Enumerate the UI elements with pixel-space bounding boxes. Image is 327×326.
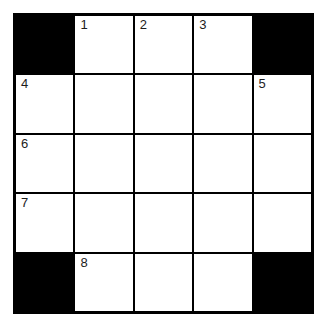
clue-number: 2 <box>140 18 147 32</box>
cell-r1c0[interactable]: 4 <box>16 75 73 132</box>
cell-r4c1[interactable]: 8 <box>75 254 132 311</box>
cell-r3c2[interactable] <box>135 194 192 251</box>
clue-number: 3 <box>199 18 206 32</box>
block-cell-r4c4 <box>254 254 311 311</box>
crossword-board: 12345678 <box>13 13 314 314</box>
clue-number: 5 <box>259 77 266 91</box>
clue-number: 8 <box>80 256 87 270</box>
cell-r2c4[interactable] <box>254 135 311 192</box>
clue-number: 6 <box>21 137 28 151</box>
cell-r3c1[interactable] <box>75 194 132 251</box>
cell-r4c3[interactable] <box>194 254 251 311</box>
cell-r3c4[interactable] <box>254 194 311 251</box>
cell-r2c1[interactable] <box>75 135 132 192</box>
cell-r0c1[interactable]: 1 <box>75 16 132 73</box>
block-cell-r0c4 <box>254 16 311 73</box>
block-cell-r0c0 <box>16 16 73 73</box>
block-cell-r4c0 <box>16 254 73 311</box>
cell-r1c4[interactable]: 5 <box>254 75 311 132</box>
crossword-page: 12345678 <box>0 0 327 326</box>
cell-r2c3[interactable] <box>194 135 251 192</box>
cell-r3c0[interactable]: 7 <box>16 194 73 251</box>
cell-r0c3[interactable]: 3 <box>194 16 251 73</box>
cell-r2c0[interactable]: 6 <box>16 135 73 192</box>
clue-number: 7 <box>21 196 28 210</box>
cell-r1c2[interactable] <box>135 75 192 132</box>
cell-r1c1[interactable] <box>75 75 132 132</box>
cell-r0c2[interactable]: 2 <box>135 16 192 73</box>
cell-r4c2[interactable] <box>135 254 192 311</box>
clue-number: 4 <box>21 77 28 91</box>
cell-r1c3[interactable] <box>194 75 251 132</box>
cell-r3c3[interactable] <box>194 194 251 251</box>
cell-r2c2[interactable] <box>135 135 192 192</box>
clue-number: 1 <box>80 18 87 32</box>
